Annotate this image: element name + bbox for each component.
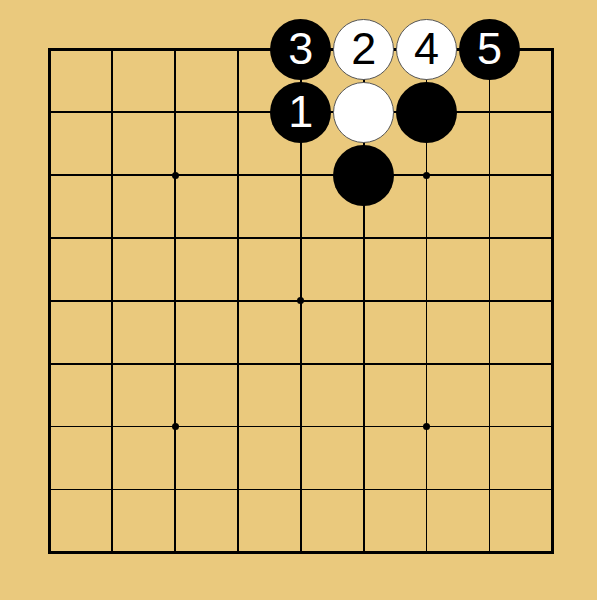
stone-black-5: 5 (459, 19, 520, 80)
stone-black-3: 3 (270, 19, 331, 80)
stone-black (333, 145, 394, 206)
stone-white (333, 82, 394, 143)
go-board[interactable]: 32451 (0, 0, 597, 600)
stones-grid: 32451 (18, 18, 584, 584)
stone-number: 4 (414, 26, 439, 71)
stone-black (396, 82, 457, 143)
stone-white-4: 4 (396, 19, 457, 80)
stone-white-2: 2 (333, 19, 394, 80)
go-diagram-canvas: 32451 (0, 0, 597, 600)
stone-number: 1 (288, 89, 313, 134)
stone-number: 5 (477, 26, 502, 71)
stone-number: 2 (351, 26, 376, 71)
stone-number: 3 (288, 26, 313, 71)
stone-black-1: 1 (270, 82, 331, 143)
